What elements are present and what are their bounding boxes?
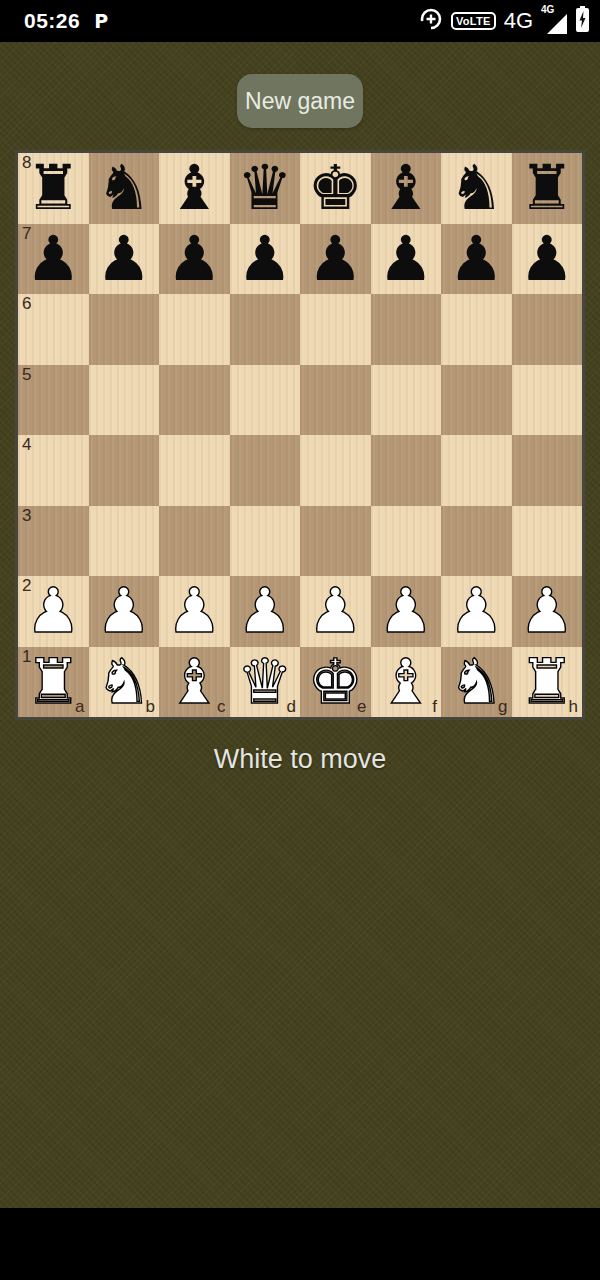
status-bar: 05:26 P VoLTE 4G 4G [0,0,600,42]
file-label: g [498,698,507,715]
square-a1[interactable]: 1a♜ [18,647,89,718]
new-game-button[interactable]: New game [237,74,363,128]
recents-button[interactable] [105,1236,121,1252]
file-label: a [75,698,84,715]
piece-white-pawn: ♟ [96,580,152,642]
file-label: d [287,698,296,715]
piece-black-rook: ♜ [25,157,81,219]
rank-label: 8 [22,154,31,171]
square-d6[interactable] [230,294,301,365]
square-g1[interactable]: g♞ [441,647,512,718]
data-saver-icon [419,7,443,35]
square-f4[interactable] [371,435,442,506]
square-h1[interactable]: h♜ [512,647,583,718]
square-e8[interactable]: ♚ [300,153,371,224]
square-b4[interactable] [89,435,160,506]
piece-white-pawn: ♟ [448,580,504,642]
square-h7[interactable]: ♟ [512,224,583,295]
square-e4[interactable] [300,435,371,506]
piece-white-pawn: ♟ [25,580,81,642]
square-e5[interactable] [300,365,371,436]
status-bar-right: VoLTE 4G 4G [419,5,600,37]
piece-white-pawn: ♟ [307,580,363,642]
square-f8[interactable]: ♝ [371,153,442,224]
square-e6[interactable] [300,294,371,365]
square-g4[interactable] [441,435,512,506]
app-screen: 05:26 P VoLTE 4G 4G [0,0,600,1280]
piece-black-pawn: ♟ [378,228,434,290]
square-c4[interactable] [159,435,230,506]
square-d4[interactable] [230,435,301,506]
square-h8[interactable]: ♜ [512,153,583,224]
square-e1[interactable]: e♚ [300,647,371,718]
square-h2[interactable]: ♟ [512,576,583,647]
square-c8[interactable]: ♝ [159,153,230,224]
square-d1[interactable]: d♛ [230,647,301,718]
piece-white-rook: ♜ [25,651,81,713]
square-g8[interactable]: ♞ [441,153,512,224]
square-b3[interactable] [89,506,160,577]
square-h5[interactable] [512,365,583,436]
home-button[interactable] [292,1236,308,1252]
piece-black-rook: ♜ [519,157,575,219]
piece-black-knight: ♞ [96,157,152,219]
piece-white-queen: ♛ [237,651,293,713]
square-a5[interactable]: 5 [18,365,89,436]
square-e2[interactable]: ♟ [300,576,371,647]
rank-label: 2 [22,577,31,594]
square-d3[interactable] [230,506,301,577]
piece-black-knight: ♞ [448,157,504,219]
file-label: h [569,698,578,715]
square-f2[interactable]: ♟ [371,576,442,647]
square-f7[interactable]: ♟ [371,224,442,295]
piece-white-knight: ♞ [448,651,504,713]
square-c2[interactable]: ♟ [159,576,230,647]
piece-white-pawn: ♟ [519,580,575,642]
signal-4g-label: 4G [541,4,554,15]
square-h4[interactable] [512,435,583,506]
square-c3[interactable] [159,506,230,577]
piece-black-bishop: ♝ [166,157,222,219]
file-label: f [432,698,437,715]
piece-black-pawn: ♟ [448,228,504,290]
signal-strength-icon: 4G [541,6,567,36]
square-a8[interactable]: 8♜ [18,153,89,224]
piece-white-rook: ♜ [519,651,575,713]
piece-black-queen: ♛ [237,157,293,219]
piece-black-pawn: ♟ [307,228,363,290]
square-f6[interactable] [371,294,442,365]
square-b7[interactable]: ♟ [89,224,160,295]
piece-white-pawn: ♟ [237,580,293,642]
rank-label: 6 [22,295,31,312]
rank-label: 1 [22,648,31,665]
clock: 05:26 [24,9,80,33]
square-b5[interactable] [89,365,160,436]
piece-white-knight: ♞ [96,651,152,713]
piece-black-king: ♚ [307,157,363,219]
notification-app-icon: P [94,10,108,32]
piece-white-pawn: ♟ [166,580,222,642]
square-f1[interactable]: f♝ [371,647,442,718]
square-g3[interactable] [441,506,512,577]
square-e3[interactable] [300,506,371,577]
square-h3[interactable] [512,506,583,577]
square-h6[interactable] [512,294,583,365]
file-label: e [357,698,366,715]
piece-black-bishop: ♝ [378,157,434,219]
status-bar-left: 05:26 P [0,9,419,33]
square-a6[interactable]: 6 [18,294,89,365]
volte-badge: VoLTE [451,12,496,30]
file-label: b [146,698,155,715]
file-label: c [217,698,226,715]
turn-indicator: White to move [0,744,600,775]
battery-charging-icon [575,5,590,37]
square-d7[interactable]: ♟ [230,224,301,295]
square-d2[interactable]: ♟ [230,576,301,647]
signal-triangle-icon [547,14,567,34]
rank-label: 5 [22,366,31,383]
square-a4[interactable]: 4 [18,435,89,506]
piece-white-king: ♚ [307,651,363,713]
piece-white-bishop: ♝ [166,651,222,713]
rank-label: 4 [22,436,31,453]
square-c1[interactable]: c♝ [159,647,230,718]
square-b1[interactable]: b♞ [89,647,160,718]
square-a3[interactable]: 3 [18,506,89,577]
piece-black-pawn: ♟ [237,228,293,290]
back-button[interactable] [479,1236,495,1252]
rank-label: 7 [22,225,31,242]
square-c7[interactable]: ♟ [159,224,230,295]
square-b6[interactable] [89,294,160,365]
square-b2[interactable]: ♟ [89,576,160,647]
square-g6[interactable] [441,294,512,365]
chess-board[interactable]: 8♜♞♝♛♚♝♞♜7♟♟♟♟♟♟♟♟65432♟♟♟♟♟♟♟♟1a♜b♞c♝d♛… [15,150,585,720]
square-a2[interactable]: 2♟ [18,576,89,647]
navigation-bar [0,1208,600,1280]
square-b8[interactable]: ♞ [89,153,160,224]
network-type-label: 4G [504,8,533,34]
piece-black-pawn: ♟ [166,228,222,290]
square-g7[interactable]: ♟ [441,224,512,295]
square-f5[interactable] [371,365,442,436]
square-a7[interactable]: 7♟ [18,224,89,295]
piece-white-bishop: ♝ [378,651,434,713]
rank-label: 3 [22,507,31,524]
square-c5[interactable] [159,365,230,436]
piece-white-pawn: ♟ [378,580,434,642]
square-e7[interactable]: ♟ [300,224,371,295]
piece-black-pawn: ♟ [519,228,575,290]
square-g5[interactable] [441,365,512,436]
piece-black-pawn: ♟ [25,228,81,290]
square-d5[interactable] [230,365,301,436]
square-g2[interactable]: ♟ [441,576,512,647]
square-f3[interactable] [371,506,442,577]
square-c6[interactable] [159,294,230,365]
square-d8[interactable]: ♛ [230,153,301,224]
piece-black-pawn: ♟ [96,228,152,290]
